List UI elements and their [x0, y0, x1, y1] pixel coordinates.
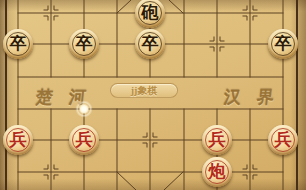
xiangqi-board[interactable]: 砲卒卒卒卒兵兵兵兵炮	[0, 0, 306, 190]
piece-glyph: 兵	[76, 125, 93, 155]
piece-glyph: 兵	[209, 125, 226, 155]
piece-glyph: 砲	[142, 0, 159, 28]
piece-red-soldier[interactable]: 兵	[202, 125, 232, 155]
piece-red-soldier[interactable]: 兵	[69, 125, 99, 155]
piece-glyph: 卒	[275, 29, 292, 59]
move-hint-sparkle	[75, 100, 93, 118]
piece-black-soldier[interactable]: 卒	[268, 29, 298, 59]
piece-glyph: 卒	[76, 29, 93, 59]
piece-glyph: 卒	[10, 29, 27, 59]
piece-red-cannon[interactable]: 炮	[202, 157, 232, 187]
piece-black-soldier[interactable]: 卒	[69, 29, 99, 59]
piece-glyph: 炮	[209, 157, 226, 187]
piece-red-soldier[interactable]: 兵	[268, 125, 298, 155]
piece-glyph: 兵	[275, 125, 292, 155]
piece-black-soldier[interactable]: 卒	[3, 29, 33, 59]
piece-glyph: 卒	[142, 29, 159, 59]
piece-glyph: 兵	[10, 125, 27, 155]
piece-red-soldier[interactable]: 兵	[3, 125, 33, 155]
piece-black-soldier[interactable]: 卒	[135, 29, 165, 59]
piece-black-cannon[interactable]: 砲	[135, 0, 165, 28]
xiangqi-app-screen: 楚河 汉界 jj象棋 砲卒卒卒卒兵兵兵兵炮	[0, 0, 306, 190]
